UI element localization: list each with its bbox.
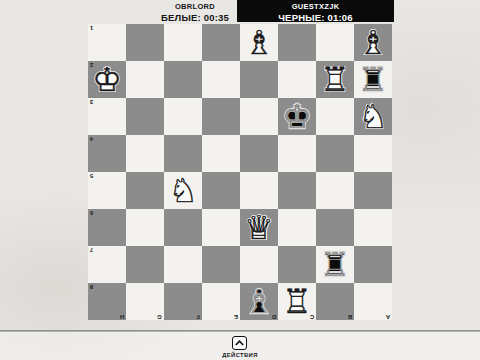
board-square-c3[interactable]: ♚♚♔ xyxy=(278,98,316,135)
rank-label: 7 xyxy=(90,247,93,253)
piece-black-R[interactable]: ♜♜♖ xyxy=(354,61,392,98)
board-square-e8[interactable]: E xyxy=(202,283,240,320)
board-square-c4[interactable] xyxy=(278,135,316,172)
board-square-f8[interactable]: F xyxy=(164,283,202,320)
board-square-e3[interactable] xyxy=(202,98,240,135)
board-square-f7[interactable] xyxy=(164,246,202,283)
board-square-h4[interactable]: 4 xyxy=(88,135,126,172)
file-label: G xyxy=(157,314,162,320)
board-square-a5[interactable] xyxy=(354,172,392,209)
board-square-h8[interactable]: 8H xyxy=(88,283,126,320)
board-square-e2[interactable] xyxy=(202,61,240,98)
board-square-g7[interactable] xyxy=(126,246,164,283)
piece-white-R[interactable]: ♜♖ xyxy=(316,61,354,98)
piece-white-B[interactable]: ♝♗ xyxy=(354,24,392,61)
board-square-f6[interactable] xyxy=(164,209,202,246)
board-square-a4[interactable] xyxy=(354,135,392,172)
board-square-d5[interactable] xyxy=(240,172,278,209)
piece-white-N[interactable]: ♞♘ xyxy=(354,98,392,135)
board-square-c2[interactable] xyxy=(278,61,316,98)
board-square-e4[interactable] xyxy=(202,135,240,172)
black-player-name: GUESTXZJK xyxy=(237,0,394,11)
board-square-d1[interactable]: ♝♗ xyxy=(240,24,278,61)
board-square-b8[interactable]: B xyxy=(316,283,354,320)
board-square-c6[interactable] xyxy=(278,209,316,246)
piece-black-R[interactable]: ♜♜♖ xyxy=(316,246,354,283)
rank-label: 1 xyxy=(90,25,93,31)
board-square-e7[interactable] xyxy=(202,246,240,283)
board-square-f1[interactable] xyxy=(164,24,202,61)
board-square-a3[interactable]: ♞♘ xyxy=(354,98,392,135)
file-label: F xyxy=(196,314,200,320)
board-square-b2[interactable]: ♜♖ xyxy=(316,61,354,98)
piece-white-N[interactable]: ♞♘ xyxy=(164,172,202,209)
board-square-h5[interactable]: 5 xyxy=(88,172,126,209)
board-square-g4[interactable] xyxy=(126,135,164,172)
file-label: E xyxy=(234,314,238,320)
board-square-b7[interactable]: ♜♜♖ xyxy=(316,246,354,283)
board-square-d8[interactable]: D♝♝♗ xyxy=(240,283,278,320)
board-square-d3[interactable] xyxy=(240,98,278,135)
board-square-h3[interactable]: 3 xyxy=(88,98,126,135)
board-square-a1[interactable]: ♝♗ xyxy=(354,24,392,61)
board-square-g6[interactable] xyxy=(126,209,164,246)
board-square-b4[interactable] xyxy=(316,135,354,172)
board-square-g3[interactable] xyxy=(126,98,164,135)
piece-white-Q[interactable]: ♛♕ xyxy=(240,209,278,246)
board-square-g8[interactable]: G xyxy=(126,283,164,320)
board-square-f3[interactable] xyxy=(164,98,202,135)
board-square-e6[interactable] xyxy=(202,209,240,246)
black-player-header-active: GUESTXZJK ЧЕРНЫЕ: 01:06 xyxy=(237,0,394,22)
board-square-f2[interactable] xyxy=(164,61,202,98)
board-square-g2[interactable] xyxy=(126,61,164,98)
board-square-c1[interactable] xyxy=(278,24,316,61)
rank-label: 8 xyxy=(90,284,93,290)
rank-label: 6 xyxy=(90,210,93,216)
rank-label: 5 xyxy=(90,173,93,179)
board-square-d2[interactable] xyxy=(240,61,278,98)
piece-black-K[interactable]: ♚♚♔ xyxy=(278,98,316,135)
chevron-up-icon xyxy=(235,340,244,346)
board-square-c7[interactable] xyxy=(278,246,316,283)
board-square-g5[interactable] xyxy=(126,172,164,209)
board-square-a7[interactable] xyxy=(354,246,392,283)
board-square-b5[interactable] xyxy=(316,172,354,209)
board-square-f5[interactable]: ♞♘ xyxy=(164,172,202,209)
actions-label: ДЕЙСТВИЯ xyxy=(190,352,290,358)
rank-label: 3 xyxy=(90,99,93,105)
piece-white-B[interactable]: ♝♗ xyxy=(240,24,278,61)
board-square-d4[interactable] xyxy=(240,135,278,172)
file-label: A xyxy=(386,314,390,320)
rank-label: 4 xyxy=(90,136,93,142)
board-square-f4[interactable] xyxy=(164,135,202,172)
board-square-b6[interactable] xyxy=(316,209,354,246)
board-square-e5[interactable] xyxy=(202,172,240,209)
board-square-b1[interactable] xyxy=(316,24,354,61)
board-square-e1[interactable] xyxy=(202,24,240,61)
file-label: H xyxy=(120,314,124,320)
board-square-a8[interactable]: A xyxy=(354,283,392,320)
piece-white-R[interactable]: ♜♖ xyxy=(278,283,316,320)
black-player-clock: ЧЕРНЫЕ: 01:06 xyxy=(237,11,394,23)
board-square-b3[interactable] xyxy=(316,98,354,135)
board-square-h6[interactable]: 6 xyxy=(88,209,126,246)
piece-white-K[interactable]: ♚♔ xyxy=(88,61,126,98)
board-square-h2[interactable]: 2♚♔ xyxy=(88,61,126,98)
board-square-h1[interactable]: 1 xyxy=(88,24,126,61)
file-label: B xyxy=(348,314,352,320)
board-square-d7[interactable] xyxy=(240,246,278,283)
board-square-h7[interactable]: 7 xyxy=(88,246,126,283)
actions-expand-button[interactable] xyxy=(232,336,247,350)
chess-board[interactable]: 1♝♗♝♗2♚♔♜♖♜♜♖3♚♚♔♞♘45♞♘6♛♕7♜♜♖8HGFED♝♝♗C… xyxy=(88,24,392,320)
piece-black-B[interactable]: ♝♝♗ xyxy=(240,283,278,320)
board-square-a2[interactable]: ♜♜♖ xyxy=(354,61,392,98)
board-square-c5[interactable] xyxy=(278,172,316,209)
board-square-d6[interactable]: ♛♕ xyxy=(240,209,278,246)
chess-app-screen: OBRLORD БЕЛЫЕ: 00:35 GUESTXZJK ЧЕРНЫЕ: 0… xyxy=(0,0,480,360)
board-square-g1[interactable] xyxy=(126,24,164,61)
board-square-a6[interactable] xyxy=(354,209,392,246)
board-square-c8[interactable]: C♜♖ xyxy=(278,283,316,320)
